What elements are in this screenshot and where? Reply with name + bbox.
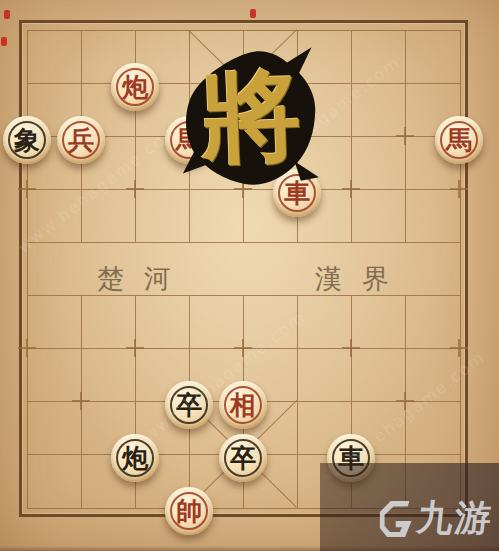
star-point-mark (126, 180, 144, 198)
red-edge-mark (4, 10, 10, 19)
star-point-mark (72, 392, 90, 410)
piece-character: 兵 (57, 116, 105, 164)
board-cell (28, 296, 82, 349)
board-cell (190, 243, 244, 296)
star-point-mark (450, 180, 468, 198)
river-label-han: 漢界 (295, 261, 409, 297)
jiang-ink-stamp: 將 (179, 45, 324, 192)
board-cell (28, 455, 82, 508)
piece-character: 相 (219, 381, 267, 429)
board-cell (406, 243, 460, 296)
star-point-mark (18, 339, 36, 357)
9game-logo-icon (377, 499, 413, 539)
board-cell (352, 190, 406, 243)
star-point-mark (342, 339, 360, 357)
river-label-chu: 楚河 (77, 261, 191, 297)
board-cell (28, 243, 82, 296)
board-cell (28, 31, 82, 84)
star-point-mark (450, 339, 468, 357)
piece-character: 炮 (111, 434, 159, 482)
piece-character: 卒 (165, 381, 213, 429)
red-edge-mark (1, 37, 7, 46)
star-point-mark (234, 339, 252, 357)
piece-black-elephant[interactable]: 象 (3, 116, 51, 164)
star-point-mark (126, 339, 144, 357)
piece-red-pawn[interactable]: 兵 (57, 116, 105, 164)
board-cell (352, 296, 406, 349)
piece-character: 炮 (111, 63, 159, 111)
piece-character: 象 (3, 116, 51, 164)
piece-black-pawn[interactable]: 卒 (165, 381, 213, 429)
star-point-mark (396, 392, 414, 410)
board-cell (352, 31, 406, 84)
piece-red-elephant[interactable]: 相 (219, 381, 267, 429)
red-edge-mark (250, 9, 256, 18)
9game-brand: 九游 (377, 494, 493, 543)
board-cell (136, 190, 190, 243)
board-cell (28, 190, 82, 243)
piece-red-cannon[interactable]: 炮 (111, 63, 159, 111)
board-cell (244, 296, 298, 349)
xiangqi-board-screenshot: 楚河 漢界 將 九游 www.hehagame.comwww.hehagame.… (0, 0, 499, 551)
board-cell (136, 296, 190, 349)
piece-character: 帥 (165, 487, 213, 535)
piece-black-pawn[interactable]: 卒 (219, 434, 267, 482)
star-point-mark (342, 180, 360, 198)
jiang-stamp-character: 將 (179, 45, 324, 192)
piece-red-horse[interactable]: 馬 (435, 116, 483, 164)
board-cell (406, 31, 460, 84)
piece-character: 卒 (219, 434, 267, 482)
board-cell (244, 243, 298, 296)
star-point-mark (18, 180, 36, 198)
piece-character: 馬 (435, 116, 483, 164)
9game-logo-text: 九游 (414, 494, 495, 543)
star-point-mark (396, 127, 414, 145)
board-cell (406, 402, 460, 455)
piece-black-cannon[interactable]: 炮 (111, 434, 159, 482)
piece-red-general[interactable]: 帥 (165, 487, 213, 535)
